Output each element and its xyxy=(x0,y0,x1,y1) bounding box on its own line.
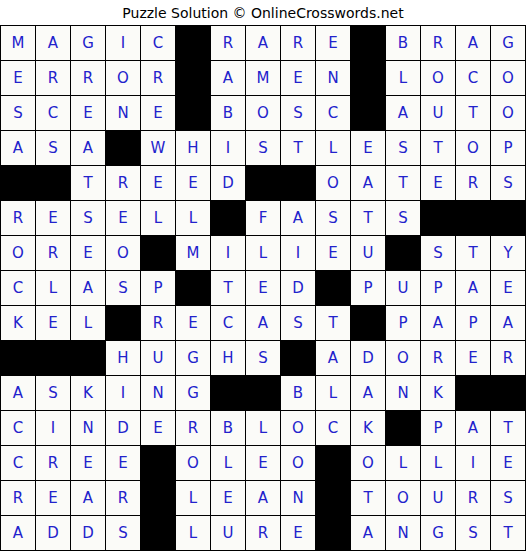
grid-cell: S xyxy=(281,306,315,340)
grid-cell: A xyxy=(281,201,315,235)
grid-cell: D xyxy=(106,411,140,445)
grid-cell: S xyxy=(106,271,140,305)
grid-cell: R xyxy=(491,341,525,375)
grid-cell: L xyxy=(316,131,350,165)
grid-cell: U xyxy=(386,271,420,305)
grid-cell: E xyxy=(106,446,140,480)
grid-cell: A xyxy=(246,306,280,340)
grid-cell: E xyxy=(71,96,105,130)
grid-cell: T xyxy=(211,271,245,305)
grid-cell: N xyxy=(106,96,140,130)
grid-cell: T xyxy=(351,201,385,235)
grid-cell: U xyxy=(211,516,245,550)
grid-cell: K xyxy=(1,306,35,340)
black-cell xyxy=(141,446,175,480)
grid-cell: O xyxy=(491,96,525,130)
grid-cell: L xyxy=(176,481,210,515)
black-cell xyxy=(1,341,35,375)
grid-cell: E xyxy=(141,166,175,200)
grid-cell: O xyxy=(281,446,315,480)
black-cell xyxy=(351,61,385,95)
grid-cell: R xyxy=(71,61,105,95)
grid-cell: E xyxy=(281,61,315,95)
grid-cell: A xyxy=(456,271,490,305)
grid-cell: B xyxy=(211,411,245,445)
grid-cell: A xyxy=(491,306,525,340)
grid-cell: E xyxy=(71,236,105,270)
black-cell xyxy=(281,166,315,200)
grid-cell: O xyxy=(456,131,490,165)
grid-cell: G xyxy=(491,26,525,60)
grid-cell: H xyxy=(106,341,140,375)
grid-cell: T xyxy=(456,96,490,130)
grid-cell: A xyxy=(316,341,350,375)
grid-cell: O xyxy=(491,61,525,95)
grid-cell: C xyxy=(1,446,35,480)
grid-cell: G xyxy=(421,516,455,550)
grid-cell: E xyxy=(36,306,70,340)
grid-cell: I xyxy=(36,411,70,445)
black-cell xyxy=(246,166,280,200)
grid-cell: P xyxy=(421,271,455,305)
grid-cell: G xyxy=(71,26,105,60)
grid-cell: U xyxy=(421,481,455,515)
grid-cell: B xyxy=(211,96,245,130)
grid-cell: S xyxy=(386,201,420,235)
grid-cell: N xyxy=(386,516,420,550)
grid-cell: O xyxy=(351,446,385,480)
black-cell xyxy=(456,376,490,410)
grid-cell: H xyxy=(211,341,245,375)
grid-cell: L xyxy=(211,446,245,480)
black-cell xyxy=(316,446,350,480)
grid-cell: O xyxy=(106,236,140,270)
grid-cell: E xyxy=(141,96,175,130)
grid-cell: A xyxy=(71,481,105,515)
grid-cell: U xyxy=(141,341,175,375)
grid-cell: A xyxy=(36,26,70,60)
grid-cell: A xyxy=(246,26,280,60)
grid-cell: O xyxy=(281,411,315,445)
grid-cell: K xyxy=(71,376,105,410)
grid-cell: H xyxy=(176,131,210,165)
grid-cell: C xyxy=(36,96,70,130)
grid-cell: T xyxy=(456,236,490,270)
grid-cell: A xyxy=(456,411,490,445)
grid-cell: S xyxy=(36,376,70,410)
black-cell xyxy=(106,306,140,340)
grid-cell: L xyxy=(246,411,280,445)
grid-cell: S xyxy=(246,131,280,165)
grid-cell: U xyxy=(421,96,455,130)
grid-cell: P xyxy=(421,411,455,445)
grid-cell: K xyxy=(351,411,385,445)
grid-cell: R xyxy=(106,166,140,200)
grid-cell: M xyxy=(1,26,35,60)
grid-cell: O xyxy=(106,61,140,95)
grid-cell: L xyxy=(176,516,210,550)
grid-cell: W xyxy=(141,131,175,165)
grid-cell: P xyxy=(386,306,420,340)
grid-cell: N xyxy=(386,376,420,410)
grid-cell: I xyxy=(106,376,140,410)
grid-cell: R xyxy=(141,306,175,340)
grid-cell: F xyxy=(246,201,280,235)
grid-cell: B xyxy=(281,376,315,410)
grid-cell: O xyxy=(386,341,420,375)
grid-cell: M xyxy=(176,236,210,270)
grid-cell: A xyxy=(71,131,105,165)
black-cell xyxy=(36,341,70,375)
grid-cell: P xyxy=(141,271,175,305)
black-cell xyxy=(1,166,35,200)
black-cell xyxy=(141,236,175,270)
grid-cell: N xyxy=(281,481,315,515)
grid-cell: C xyxy=(141,26,175,60)
grid-cell: E xyxy=(491,446,525,480)
grid-cell: R xyxy=(36,446,70,480)
grid-cell: L xyxy=(246,236,280,270)
grid-cell: B xyxy=(386,26,420,60)
grid-cell: L xyxy=(421,446,455,480)
grid-cell: D xyxy=(211,166,245,200)
grid-cell: E xyxy=(351,131,385,165)
grid-cell: A xyxy=(351,516,385,550)
grid-cell: S xyxy=(456,516,490,550)
grid-cell: S xyxy=(106,516,140,550)
grid-cell: S xyxy=(281,96,315,130)
black-cell xyxy=(176,96,210,130)
grid-cell: S xyxy=(491,166,525,200)
grid-cell: T xyxy=(71,166,105,200)
grid-cell: C xyxy=(211,306,245,340)
black-cell xyxy=(36,166,70,200)
black-cell xyxy=(421,201,455,235)
grid-cell: E xyxy=(491,271,525,305)
grid-cell: A xyxy=(1,131,35,165)
grid-cell: E xyxy=(316,236,350,270)
grid-cell: P xyxy=(456,306,490,340)
grid-cell: A xyxy=(1,376,35,410)
grid-cell: A xyxy=(456,26,490,60)
grid-cell: S xyxy=(246,341,280,375)
grid-cell: L xyxy=(386,61,420,95)
black-cell xyxy=(316,516,350,550)
grid-cell: O xyxy=(1,236,35,270)
black-cell xyxy=(211,376,245,410)
page-title: Puzzle Solution © OnlineCrosswords.net xyxy=(0,0,526,25)
grid-cell: G xyxy=(176,376,210,410)
grid-cell: I xyxy=(211,131,245,165)
grid-cell: C xyxy=(456,61,490,95)
grid-cell: K xyxy=(421,376,455,410)
grid-cell: N xyxy=(141,376,175,410)
grid-cell: T xyxy=(491,516,525,550)
grid-cell: M xyxy=(246,61,280,95)
grid-cell: O xyxy=(246,96,280,130)
grid-cell: R xyxy=(456,166,490,200)
black-cell xyxy=(491,201,525,235)
black-cell xyxy=(351,306,385,340)
grid-cell: E xyxy=(456,341,490,375)
grid-cell: R xyxy=(141,61,175,95)
grid-cell: T xyxy=(316,306,350,340)
black-cell xyxy=(281,341,315,375)
grid-cell: C xyxy=(316,96,350,130)
grid-cell: E xyxy=(281,516,315,550)
grid-cell: L xyxy=(386,446,420,480)
grid-cell: C xyxy=(1,271,35,305)
grid-cell: E xyxy=(36,481,70,515)
black-cell xyxy=(176,61,210,95)
grid-cell: O xyxy=(316,166,350,200)
grid-cell: E xyxy=(176,166,210,200)
black-cell xyxy=(456,201,490,235)
grid-cell: R xyxy=(106,481,140,515)
black-cell xyxy=(246,376,280,410)
grid-cell: E xyxy=(211,481,245,515)
grid-cell: S xyxy=(421,236,455,270)
grid-cell: A xyxy=(421,306,455,340)
black-cell xyxy=(491,376,525,410)
grid-cell: S xyxy=(71,201,105,235)
grid-cell: R xyxy=(176,411,210,445)
grid-cell: E xyxy=(1,61,35,95)
grid-cell: P xyxy=(491,131,525,165)
grid-cell: S xyxy=(36,131,70,165)
grid-cell: A xyxy=(386,96,420,130)
grid-cell: N xyxy=(316,61,350,95)
black-cell xyxy=(141,516,175,550)
grid-cell: A xyxy=(1,516,35,550)
grid-cell: T xyxy=(421,131,455,165)
grid-cell: L xyxy=(36,271,70,305)
black-cell xyxy=(386,236,420,270)
grid-cell: E xyxy=(316,26,350,60)
black-cell xyxy=(106,131,140,165)
grid-cell: R xyxy=(421,341,455,375)
grid-cell: L xyxy=(141,201,175,235)
black-cell xyxy=(176,271,210,305)
grid-cell: E xyxy=(71,446,105,480)
grid-cell: D xyxy=(351,341,385,375)
grid-cell: C xyxy=(316,411,350,445)
grid-cell: E xyxy=(421,166,455,200)
grid-cell: I xyxy=(281,236,315,270)
black-cell xyxy=(71,341,105,375)
grid-cell: S xyxy=(491,481,525,515)
black-cell xyxy=(176,26,210,60)
grid-cell: E xyxy=(246,271,280,305)
grid-cell: E xyxy=(176,306,210,340)
grid-cell: A xyxy=(351,376,385,410)
grid-cell: R xyxy=(421,26,455,60)
grid-cell: I xyxy=(211,236,245,270)
grid-cell: R xyxy=(1,481,35,515)
black-cell xyxy=(351,96,385,130)
grid-cell: E xyxy=(141,411,175,445)
grid-cell: E xyxy=(106,201,140,235)
grid-cell: E xyxy=(36,201,70,235)
grid-cell: A xyxy=(71,271,105,305)
grid-cell: P xyxy=(351,271,385,305)
grid-cell: R xyxy=(1,201,35,235)
grid-cell: T xyxy=(281,131,315,165)
grid-cell: A xyxy=(211,61,245,95)
grid-cell: R xyxy=(246,516,280,550)
grid-cell: S xyxy=(386,131,420,165)
grid-cell: A xyxy=(351,166,385,200)
grid-cell: T xyxy=(491,411,525,445)
grid-cell: D xyxy=(281,271,315,305)
grid-cell: L xyxy=(71,306,105,340)
black-cell xyxy=(141,481,175,515)
grid-cell: O xyxy=(176,446,210,480)
grid-cell: R xyxy=(281,26,315,60)
grid-cell: R xyxy=(36,236,70,270)
grid-cell: N xyxy=(71,411,105,445)
black-cell xyxy=(351,26,385,60)
grid-cell: G xyxy=(176,341,210,375)
grid-cell: T xyxy=(386,166,420,200)
grid-cell: Y xyxy=(491,236,525,270)
grid-cell: S xyxy=(1,96,35,130)
black-cell xyxy=(316,271,350,305)
grid-cell: L xyxy=(176,201,210,235)
grid-cell: O xyxy=(421,61,455,95)
grid-cell: D xyxy=(71,516,105,550)
grid-cell: E xyxy=(246,446,280,480)
black-cell xyxy=(386,411,420,445)
grid-cell: U xyxy=(351,236,385,270)
black-cell xyxy=(211,201,245,235)
grid-cell: I xyxy=(456,446,490,480)
grid-cell: R xyxy=(36,61,70,95)
grid-cell: L xyxy=(316,376,350,410)
crossword-grid: MAGICRAREBRAGERRORAMENLOCOSCENEBOSCAUTOA… xyxy=(0,25,526,551)
grid-cell: I xyxy=(106,26,140,60)
grid-cell: D xyxy=(36,516,70,550)
grid-cell: R xyxy=(211,26,245,60)
grid-cell: T xyxy=(351,481,385,515)
grid-cell: O xyxy=(386,481,420,515)
grid-cell: C xyxy=(1,411,35,445)
black-cell xyxy=(316,481,350,515)
grid-cell: R xyxy=(456,481,490,515)
grid-cell: A xyxy=(246,481,280,515)
grid-cell: S xyxy=(316,201,350,235)
